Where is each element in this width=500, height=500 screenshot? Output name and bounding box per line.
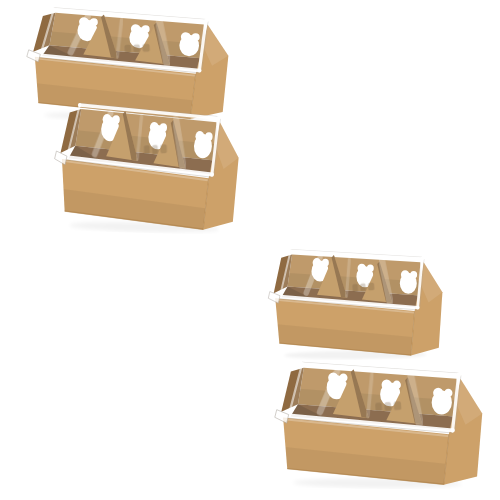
organizer-box-4: [271, 356, 484, 490]
box-instance: [268, 248, 443, 359]
box-instance: [274, 362, 482, 489]
box-instance: [53, 102, 240, 234]
organizer-box-3: [266, 244, 445, 361]
organizer-box-2: [50, 97, 241, 236]
product-photo: [0, 0, 500, 500]
